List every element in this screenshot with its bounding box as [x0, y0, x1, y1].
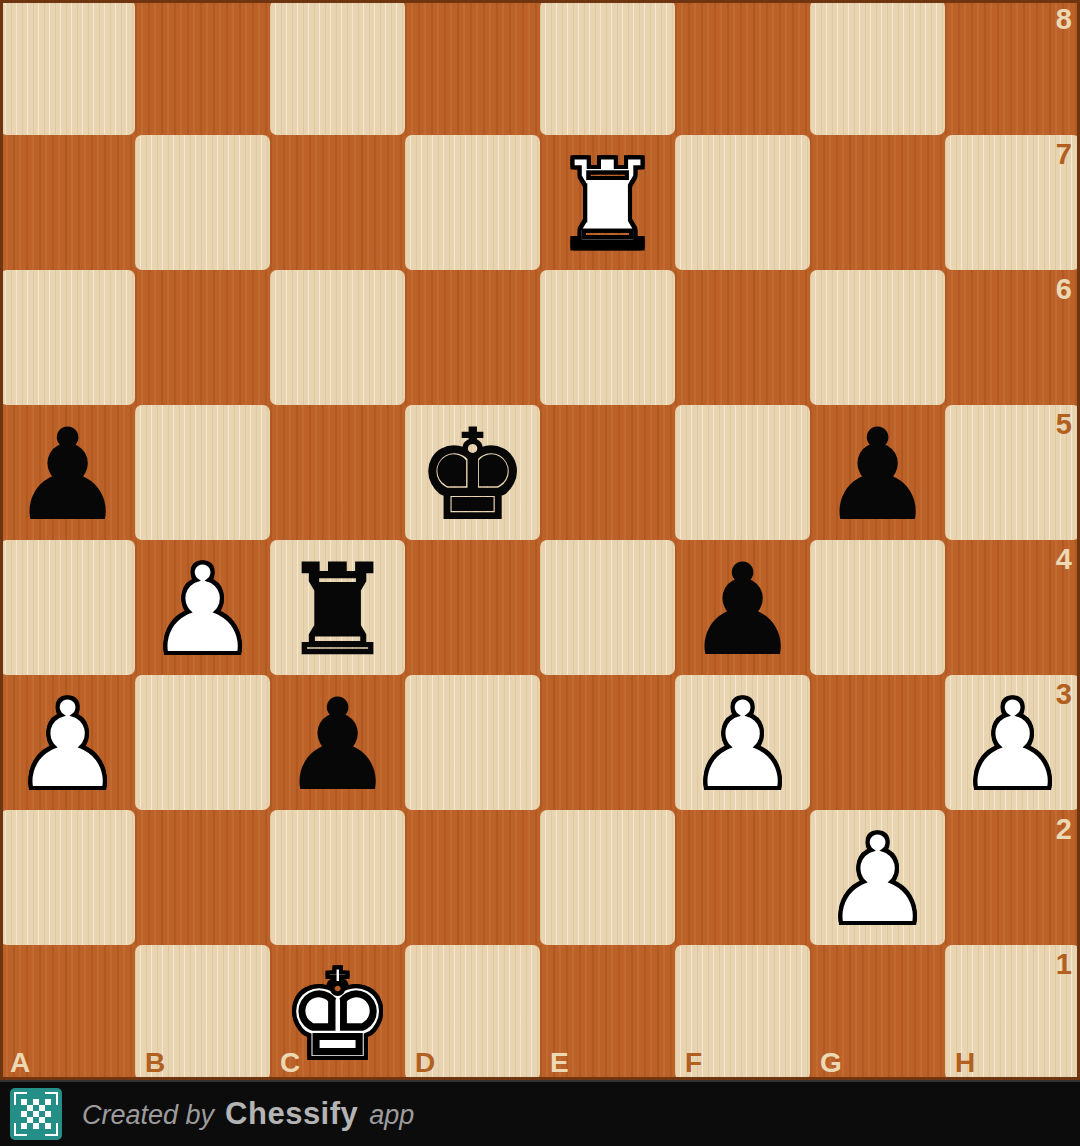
square-h8[interactable]: 8 [945, 0, 1080, 135]
square-h4[interactable]: 4 [945, 540, 1080, 675]
black-pawn: ♟ [822, 413, 933, 537]
file-label-e: E [550, 1047, 569, 1079]
black-rook: ♜ [282, 548, 393, 672]
square-b6[interactable] [135, 270, 270, 405]
chess-diagram: 8♜76♟♚♟5♟♜♟4♟♟♟3♟♟2ABC♚DEFG1H Created by… [0, 0, 1080, 1146]
white-pawn: ♟ [687, 683, 798, 807]
black-pawn: ♟ [282, 683, 393, 807]
white-rook: ♜ [552, 143, 663, 267]
chess-board: 8♜76♟♚♟5♟♜♟4♟♟♟3♟♟2ABC♚DEFG1H [0, 0, 1080, 1080]
square-g3[interactable] [810, 675, 945, 810]
square-e4[interactable] [540, 540, 675, 675]
rank-label-1: 1 [1056, 948, 1072, 981]
file-label-d: D [415, 1047, 435, 1079]
black-king: ♚ [417, 413, 528, 537]
black-pawn: ♟ [687, 548, 798, 672]
square-c7[interactable] [270, 135, 405, 270]
square-g2[interactable]: ♟ [810, 810, 945, 945]
square-a4[interactable] [0, 540, 135, 675]
square-b8[interactable] [135, 0, 270, 135]
square-b1[interactable]: B [135, 945, 270, 1080]
square-e8[interactable] [540, 0, 675, 135]
square-g8[interactable] [810, 0, 945, 135]
square-d5[interactable]: ♚ [405, 405, 540, 540]
rank-label-7: 7 [1056, 138, 1072, 171]
square-b4[interactable]: ♟ [135, 540, 270, 675]
rank-label-3: 3 [1056, 678, 1072, 711]
square-e5[interactable] [540, 405, 675, 540]
square-h2[interactable]: 2 [945, 810, 1080, 945]
square-h5[interactable]: 5 [945, 405, 1080, 540]
square-a8[interactable] [0, 0, 135, 135]
square-d3[interactable] [405, 675, 540, 810]
square-e1[interactable]: E [540, 945, 675, 1080]
attribution-bar: Created by Chessify app [0, 1080, 1080, 1146]
square-b3[interactable] [135, 675, 270, 810]
white-pawn: ♟ [12, 683, 123, 807]
credit-line: Created by Chessify app [82, 1096, 414, 1132]
square-h7[interactable]: 7 [945, 135, 1080, 270]
file-label-g: G [820, 1047, 842, 1079]
square-f4[interactable]: ♟ [675, 540, 810, 675]
rank-label-2: 2 [1056, 813, 1072, 846]
square-c4[interactable]: ♜ [270, 540, 405, 675]
white-pawn: ♟ [957, 683, 1068, 807]
square-a6[interactable] [0, 270, 135, 405]
file-label-h: H [955, 1047, 975, 1079]
square-h6[interactable]: 6 [945, 270, 1080, 405]
square-c3[interactable]: ♟ [270, 675, 405, 810]
rank-label-4: 4 [1056, 543, 1072, 576]
file-label-f: F [685, 1047, 702, 1079]
rank-label-5: 5 [1056, 408, 1072, 441]
square-a7[interactable] [0, 135, 135, 270]
checkerboard-icon [21, 1099, 51, 1129]
white-pawn: ♟ [147, 548, 258, 672]
square-d4[interactable] [405, 540, 540, 675]
square-f6[interactable] [675, 270, 810, 405]
square-e3[interactable] [540, 675, 675, 810]
square-h1[interactable]: 1H [945, 945, 1080, 1080]
black-pawn: ♟ [12, 413, 123, 537]
file-label-a: A [10, 1047, 30, 1079]
square-g5[interactable]: ♟ [810, 405, 945, 540]
brand-name: Chessify [225, 1096, 358, 1132]
square-f1[interactable]: F [675, 945, 810, 1080]
white-pawn: ♟ [822, 818, 933, 942]
square-f2[interactable] [675, 810, 810, 945]
square-e6[interactable] [540, 270, 675, 405]
square-b5[interactable] [135, 405, 270, 540]
square-c1[interactable]: C♚ [270, 945, 405, 1080]
file-label-b: B [145, 1047, 165, 1079]
square-b2[interactable] [135, 810, 270, 945]
square-d6[interactable] [405, 270, 540, 405]
square-e2[interactable] [540, 810, 675, 945]
square-a2[interactable] [0, 810, 135, 945]
square-g4[interactable] [810, 540, 945, 675]
square-f5[interactable] [675, 405, 810, 540]
square-a1[interactable]: A [0, 945, 135, 1080]
square-d1[interactable]: D [405, 945, 540, 1080]
square-f3[interactable]: ♟ [675, 675, 810, 810]
app-text: app [369, 1100, 414, 1131]
square-c2[interactable] [270, 810, 405, 945]
chessify-logo-icon [10, 1088, 62, 1140]
file-label-c: C [280, 1047, 300, 1079]
square-g7[interactable] [810, 135, 945, 270]
square-c8[interactable] [270, 0, 405, 135]
square-c5[interactable] [270, 405, 405, 540]
square-c6[interactable] [270, 270, 405, 405]
square-a5[interactable]: ♟ [0, 405, 135, 540]
rank-label-6: 6 [1056, 273, 1072, 306]
square-f8[interactable] [675, 0, 810, 135]
square-d7[interactable] [405, 135, 540, 270]
white-king: ♚ [282, 953, 393, 1077]
square-a3[interactable]: ♟ [0, 675, 135, 810]
square-d2[interactable] [405, 810, 540, 945]
created-by-text: Created by [82, 1100, 214, 1131]
square-f7[interactable] [675, 135, 810, 270]
square-e7[interactable]: ♜ [540, 135, 675, 270]
square-b7[interactable] [135, 135, 270, 270]
square-d8[interactable] [405, 0, 540, 135]
square-g1[interactable]: G [810, 945, 945, 1080]
square-h3[interactable]: 3♟ [945, 675, 1080, 810]
rank-label-8: 8 [1056, 3, 1072, 36]
square-g6[interactable] [810, 270, 945, 405]
